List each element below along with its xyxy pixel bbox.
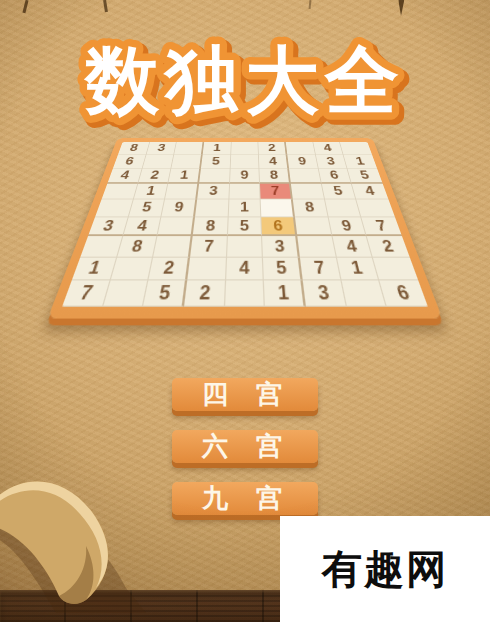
cell-r4c7 (291, 183, 325, 199)
cell-r2c3 (172, 155, 203, 169)
cell-r6c1: 3 (88, 217, 128, 236)
cell-r6c8: 9 (328, 217, 367, 236)
cell-r9c6: 1 (264, 281, 306, 307)
cell-r1c5 (231, 142, 259, 155)
cell-r4c8: 5 (321, 183, 356, 199)
cell-r3c7 (289, 169, 321, 184)
cell-r6c6: 6 (262, 217, 298, 236)
cell-r3c1: 4 (107, 169, 142, 184)
scratch-mark (103, 0, 108, 12)
cell-r2c1: 6 (113, 155, 146, 169)
cell-r3c8: 6 (318, 169, 352, 184)
cell-r1c8: 4 (313, 142, 344, 155)
cell-r4c6: 7 (260, 183, 293, 199)
cell-r2c2 (142, 155, 174, 169)
sudoku-grid: 8312465493142198651375459183485697873421… (62, 142, 428, 307)
cell-r8c4 (187, 258, 226, 281)
cell-r3c5: 9 (230, 169, 261, 184)
cell-r5c4 (195, 200, 229, 218)
cell-r9c4: 2 (184, 281, 226, 307)
scratch-mark (398, 0, 405, 16)
watermark-text: 有趣网 (322, 542, 448, 597)
cell-r5c8 (325, 200, 362, 218)
cell-r1c2: 3 (146, 142, 177, 155)
cell-r3c9: 5 (348, 169, 383, 184)
app-title: 数独大全 数独大全 (35, 22, 455, 132)
cell-r7c9: 2 (367, 236, 410, 257)
cell-r6c2: 4 (123, 217, 162, 236)
watermark-box: 有趣网 (280, 516, 490, 622)
cell-r4c3 (165, 183, 199, 199)
cell-r4c2: 1 (133, 183, 168, 199)
cell-r5c1 (95, 200, 133, 218)
cell-r6c5: 5 (228, 217, 263, 236)
cell-r2c9: 1 (344, 155, 377, 169)
cell-r5c3: 9 (162, 200, 197, 218)
cell-r2c7: 9 (287, 155, 318, 169)
cell-r8c2 (110, 258, 153, 281)
cell-r6c4: 8 (193, 217, 229, 236)
cell-r7c5 (227, 236, 264, 257)
cell-r6c3 (158, 217, 195, 236)
cell-r4c1 (101, 183, 138, 199)
cell-r1c9 (340, 142, 372, 155)
cell-r3c3: 1 (169, 169, 201, 184)
cell-r7c7 (297, 236, 336, 257)
scratch-mark (22, 0, 28, 13)
cell-r9c3: 5 (143, 281, 187, 307)
cell-r9c5 (225, 281, 266, 307)
cell-r7c4: 7 (190, 236, 227, 257)
cell-r6c9: 7 (362, 217, 402, 236)
cell-r4c9: 4 (352, 183, 389, 199)
cell-r6c7 (295, 217, 332, 236)
cell-r8c5: 4 (226, 258, 265, 281)
menu-button-6grid[interactable]: 六宫 (172, 430, 318, 463)
cell-r5c5: 1 (228, 200, 261, 218)
cell-r1c4: 1 (203, 142, 232, 155)
sudoku-board-frame: 8312465493142198651375459183485697873421… (48, 138, 443, 318)
cell-r1c3 (174, 142, 204, 155)
cell-r3c4 (199, 169, 230, 184)
cell-r7c2: 8 (117, 236, 158, 257)
cell-r2c5 (230, 155, 259, 169)
cell-r8c9 (373, 258, 418, 281)
cell-r3c6: 8 (260, 169, 291, 184)
cell-r5c7: 8 (293, 200, 328, 218)
cell-r1c7 (286, 142, 316, 155)
cell-r2c6: 4 (259, 155, 289, 169)
cell-r5c2: 5 (128, 200, 165, 218)
cell-r2c8: 3 (316, 155, 348, 169)
app-screen: 数独大全 数独大全 831246549314219865137545918348… (0, 0, 490, 622)
cell-r8c6: 5 (263, 258, 303, 281)
scratch-mark (309, 0, 312, 9)
cell-r9c9: 6 (380, 281, 428, 307)
cell-r4c4: 3 (197, 183, 230, 199)
menu-button-9grid[interactable]: 九宫 (172, 482, 318, 515)
sudoku-board-preview: 8312465493142198651375459183485697873421… (90, 104, 400, 314)
cell-r5c6 (261, 200, 295, 218)
cell-r9c2 (103, 281, 149, 307)
menu-button-4grid[interactable]: 四宫 (172, 378, 318, 411)
cell-r3c2: 2 (138, 169, 172, 184)
cell-r8c3: 2 (149, 258, 190, 281)
cell-r7c6: 3 (262, 236, 300, 257)
app-title-text: 数独大全 (83, 39, 405, 122)
cell-r1c6: 2 (259, 142, 288, 155)
cell-r1c1: 8 (118, 142, 150, 155)
cell-r8c7: 7 (300, 258, 341, 281)
cell-r4c5 (229, 183, 261, 199)
cell-r9c7: 3 (303, 281, 347, 307)
cell-r7c3 (153, 236, 192, 257)
cell-r2c4: 5 (201, 155, 231, 169)
cell-r5c9 (357, 200, 395, 218)
cell-r7c8: 4 (332, 236, 373, 257)
